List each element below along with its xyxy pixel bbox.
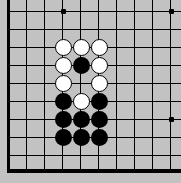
black-stone [91,111,108,128]
intersection-d10 [54,2,72,20]
black-stone [91,93,108,110]
white-stone [55,39,72,56]
intersection-e7 [72,56,90,74]
black-stone [55,93,72,110]
intersection-d3 [54,128,72,146]
intersection-d7 [54,56,72,74]
intersection-e5 [72,92,90,110]
intersection-d5 [54,92,72,110]
intersection-f8 [90,38,108,56]
black-stone [55,111,72,128]
black-stone [73,111,90,128]
star-point [169,9,174,14]
star-point [169,117,174,122]
white-stone [55,75,72,92]
intersection-k10 [162,2,180,20]
intersection-f7 [90,56,108,74]
white-stone [73,39,90,56]
intersection-f5 [90,92,108,110]
go-diagram [0,0,181,183]
intersection-d8 [54,38,72,56]
intersection-k4 [162,110,180,128]
white-stone [91,57,108,74]
black-stone [55,129,72,146]
white-stone [73,93,90,110]
intersection-f3 [90,128,108,146]
intersection-e3 [72,128,90,146]
intersection-d4 [54,110,72,128]
board-grid[interactable] [0,2,180,182]
intersection-e4 [72,110,90,128]
black-stone [73,129,90,146]
black-stone [91,129,108,146]
intersection-f4 [90,110,108,128]
intersection-f6 [90,74,108,92]
white-stone [91,75,108,92]
white-stone [91,39,108,56]
intersection-e8 [72,38,90,56]
intersection-d6 [54,74,72,92]
white-stone [55,57,72,74]
black-stone [73,57,90,74]
star-point [61,9,66,14]
